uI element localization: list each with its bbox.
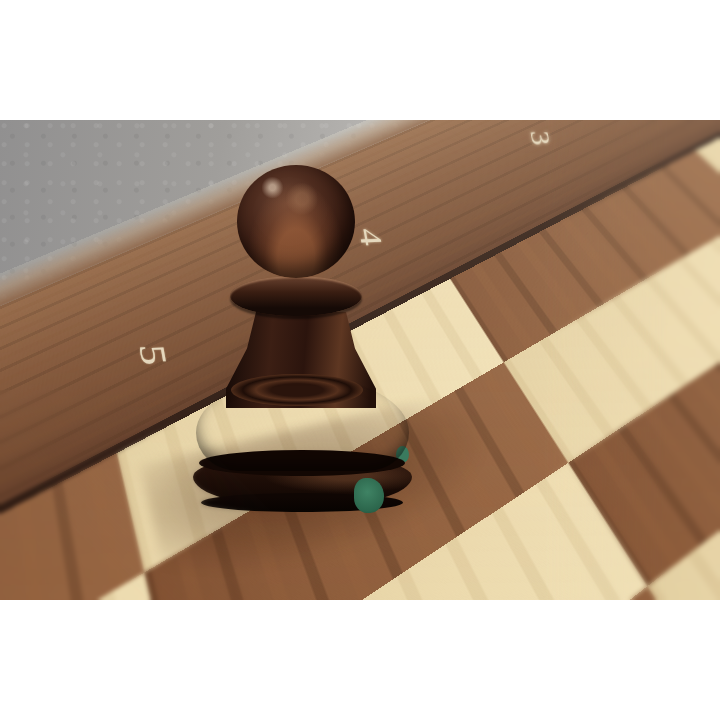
letterbox-bottom xyxy=(0,600,720,720)
pawn-body xyxy=(196,377,409,471)
photo-window: 5 4 3 ♟ xyxy=(0,120,720,600)
letterbox-top xyxy=(0,0,720,120)
pawn-head xyxy=(237,165,355,278)
pawn-collar xyxy=(230,276,362,316)
product-photo-canvas: 5 4 3 ♟ xyxy=(0,0,720,720)
pawn-felt xyxy=(354,478,384,513)
rank-label-3: 3 xyxy=(524,130,556,146)
black-pawn[interactable]: ♟ xyxy=(168,162,453,600)
